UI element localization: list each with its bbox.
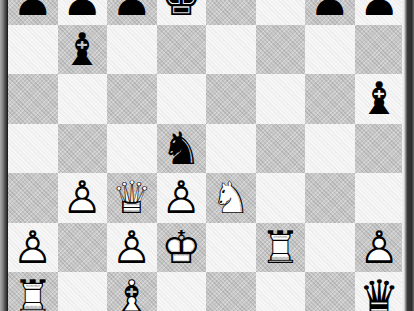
square-a4[interactable]	[8, 124, 58, 174]
square-c1[interactable]: ♝♗	[107, 272, 157, 311]
pawn-icon: ♟	[310, 0, 350, 26]
square-b5[interactable]	[58, 74, 108, 124]
knight-icon: ♞	[161, 122, 201, 175]
square-a2[interactable]: ♟♙	[8, 223, 58, 273]
square-h2[interactable]: ♟♙	[355, 223, 405, 273]
square-f7[interactable]	[256, 0, 306, 25]
square-f5[interactable]	[256, 74, 306, 124]
square-b1[interactable]	[58, 272, 108, 311]
king-icon: ♚	[161, 0, 201, 26]
pawn-icon: ♙	[112, 221, 152, 274]
square-h3[interactable]	[355, 173, 405, 223]
square-c4[interactable]	[107, 124, 157, 174]
square-c7[interactable]: ♟	[107, 0, 157, 25]
board-left-border	[0, 0, 8, 311]
piece-white-pawn: ♟♙	[62, 175, 102, 220]
pawn-icon: ♙	[62, 171, 102, 224]
square-h4[interactable]	[355, 124, 405, 174]
chess-board: ♟♟♟♚♟♟♝♝♞♟♙♛♕♟♙♞♘♟♙♟♙♚♔♜♖♟♙♜♖♝♗♛	[8, 0, 404, 311]
square-d1[interactable]	[157, 272, 207, 311]
pawn-icon: ♟	[13, 0, 53, 26]
piece-black-king: ♚	[161, 0, 201, 22]
square-d5[interactable]	[157, 74, 207, 124]
square-c5[interactable]	[107, 74, 157, 124]
square-g6[interactable]	[305, 25, 355, 75]
piece-black-knight: ♞	[161, 126, 201, 171]
square-c2[interactable]: ♟♙	[107, 223, 157, 273]
piece-white-rook: ♜♖	[13, 274, 53, 311]
square-d4[interactable]: ♞	[157, 124, 207, 174]
square-f4[interactable]	[256, 124, 306, 174]
square-c3[interactable]: ♛♕	[107, 173, 157, 223]
pawn-icon: ♟	[112, 0, 152, 26]
square-b6[interactable]: ♝	[58, 25, 108, 75]
square-g5[interactable]	[305, 74, 355, 124]
square-f2[interactable]: ♜♖	[256, 223, 306, 273]
square-d6[interactable]	[157, 25, 207, 75]
piece-black-pawn: ♟	[359, 0, 399, 22]
square-g1[interactable]	[305, 272, 355, 311]
square-h7[interactable]: ♟	[355, 0, 405, 25]
square-d3[interactable]: ♟♙	[157, 173, 207, 223]
piece-white-king: ♚♔	[161, 225, 201, 270]
square-g4[interactable]	[305, 124, 355, 174]
piece-black-queen: ♛	[359, 274, 399, 311]
square-e1[interactable]	[206, 272, 256, 311]
square-f1[interactable]	[256, 272, 306, 311]
square-e4[interactable]	[206, 124, 256, 174]
pawn-icon: ♙	[13, 221, 53, 274]
square-e3[interactable]: ♞♘	[206, 173, 256, 223]
piece-white-rook: ♜♖	[260, 225, 300, 270]
king-icon: ♔	[161, 221, 201, 274]
piece-white-pawn: ♟♙	[13, 225, 53, 270]
piece-white-queen: ♛♕	[112, 175, 152, 220]
square-b7[interactable]: ♟	[58, 0, 108, 25]
board-right-border	[402, 0, 414, 311]
square-d2[interactable]: ♚♔	[157, 223, 207, 273]
square-e5[interactable]	[206, 74, 256, 124]
square-e6[interactable]	[206, 25, 256, 75]
piece-black-bishop: ♝	[62, 27, 102, 72]
square-a7[interactable]: ♟	[8, 0, 58, 25]
pawn-icon: ♟	[359, 0, 399, 26]
bishop-icon: ♝	[359, 72, 399, 125]
square-b3[interactable]: ♟♙	[58, 173, 108, 223]
square-g7[interactable]: ♟	[305, 0, 355, 25]
square-a1[interactable]: ♜♖	[8, 272, 58, 311]
bishop-icon: ♗	[112, 270, 152, 311]
queen-icon: ♛	[359, 270, 399, 311]
square-f3[interactable]	[256, 173, 306, 223]
square-d7[interactable]: ♚	[157, 0, 207, 25]
piece-black-pawn: ♟	[62, 0, 102, 22]
knight-icon: ♘	[211, 171, 251, 224]
square-b4[interactable]	[58, 124, 108, 174]
square-a5[interactable]	[8, 74, 58, 124]
square-b2[interactable]	[58, 223, 108, 273]
rook-icon: ♖	[13, 270, 53, 311]
square-h1[interactable]: ♛	[355, 272, 405, 311]
pawn-icon: ♙	[359, 221, 399, 274]
piece-black-pawn: ♟	[112, 0, 152, 22]
rook-icon: ♖	[260, 221, 300, 274]
square-f6[interactable]	[256, 25, 306, 75]
piece-white-pawn: ♟♙	[112, 225, 152, 270]
square-a6[interactable]	[8, 25, 58, 75]
square-g3[interactable]	[305, 173, 355, 223]
square-a3[interactable]	[8, 173, 58, 223]
piece-white-bishop: ♝♗	[112, 274, 152, 311]
bishop-icon: ♝	[62, 23, 102, 76]
square-e2[interactable]	[206, 223, 256, 273]
piece-black-bishop: ♝	[359, 76, 399, 121]
piece-black-pawn: ♟	[310, 0, 350, 22]
queen-icon: ♕	[112, 171, 152, 224]
piece-black-pawn: ♟	[13, 0, 53, 22]
pawn-icon: ♙	[161, 171, 201, 224]
square-e7[interactable]	[206, 0, 256, 25]
square-g2[interactable]	[305, 223, 355, 273]
square-h5[interactable]: ♝	[355, 74, 405, 124]
piece-white-pawn: ♟♙	[359, 225, 399, 270]
piece-white-knight: ♞♘	[211, 175, 251, 220]
chess-board-screenshot: ♟♟♟♚♟♟♝♝♞♟♙♛♕♟♙♞♘♟♙♟♙♚♔♜♖♟♙♜♖♝♗♛	[0, 0, 414, 311]
piece-white-pawn: ♟♙	[161, 175, 201, 220]
square-c6[interactable]	[107, 25, 157, 75]
square-h6[interactable]	[355, 25, 405, 75]
